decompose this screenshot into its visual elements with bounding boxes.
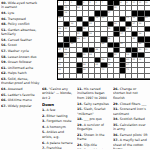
clue-number: 54.	[1, 38, 8, 42]
clue-number: 6.	[42, 141, 47, 145]
clue: 31. Scorecard icon's sentiment	[113, 107, 149, 116]
cell-number: 67	[126, 63, 129, 65]
cell-number: 4	[83, 1, 84, 3]
cell-number: 26	[114, 22, 117, 24]
clue-number: 5.	[42, 130, 47, 134]
crossword-grid: 1234567891011121314151617181920212223242…	[57, 0, 150, 80]
clue-number: 14.	[77, 102, 84, 106]
cell-number: 3	[71, 1, 72, 3]
cell-number: 38	[139, 32, 142, 34]
cell-number: 35	[77, 32, 80, 34]
clue: 51. Garden absentee, familiarly	[1, 28, 40, 37]
cell-number: 40	[83, 37, 86, 39]
clue-column-a: 68. "Casino any wrinkle" — blonde, Act 2…	[42, 87, 75, 149]
cell-number: 44	[102, 42, 105, 44]
clue: 7. Franchise	[42, 146, 75, 149]
clue-number: 64.	[1, 87, 8, 91]
cell-number: 60	[126, 58, 129, 60]
clue-number: 65.	[1, 93, 8, 97]
cell-number: 61	[133, 58, 136, 60]
cell-number: 25	[89, 22, 92, 24]
clue-number: 46.	[1, 17, 8, 21]
clue-number: 2.	[42, 114, 47, 118]
clue: 40. Wide-eyed remark in earnest	[1, 1, 40, 10]
cell-number: 49	[95, 48, 98, 50]
cell-number: 6	[95, 1, 96, 3]
cell-number: 50	[139, 48, 142, 50]
clue: 3. Forgotten route	[42, 119, 75, 123]
clue: 64. Assessed	[1, 87, 40, 91]
cell-number: 66	[108, 63, 111, 65]
cell-number: 41	[108, 37, 111, 39]
cell-number: 18	[58, 16, 61, 18]
clue: 15. Slash, Scarlet "milkman"	[77, 107, 111, 116]
cell-number: 47	[58, 48, 61, 50]
clue: 1. A few	[42, 108, 75, 112]
clue-column-b: 11. His carved invitations began from 19…	[77, 87, 111, 149]
clue-number: 57.	[1, 49, 8, 53]
cell-number: 43	[71, 42, 74, 44]
cell-number: 68	[58, 68, 61, 70]
clue: 59. Ocean follower	[1, 60, 40, 64]
clue-number: 25.	[77, 148, 84, 149]
cell-number: 31	[83, 27, 86, 29]
clue: 67. Widely popular	[1, 104, 40, 108]
clue: 34. Scottish flatbed	[113, 117, 149, 121]
clue: 35. Calculation over in army	[113, 123, 149, 132]
cell-number: 30	[64, 27, 67, 29]
cell-number: 10	[133, 1, 136, 3]
cell-number: 22	[133, 16, 136, 18]
clue-number: 66.	[1, 98, 8, 102]
across-tail-clues: 68. "Casino any wrinkle" — blonde, Act 2	[42, 87, 75, 100]
clue-number: 58.	[1, 55, 8, 59]
clue-number: 31.	[113, 107, 120, 111]
down-clues-3: 26. Change or shorten but not flourish29…	[113, 87, 149, 149]
clue: 11. His carved invitations began from 19…	[77, 87, 111, 100]
cell-number: 55	[114, 53, 117, 55]
clue-number: 63.	[1, 77, 8, 81]
cell-number: 16	[64, 11, 67, 13]
clue-number: 18.	[77, 117, 84, 121]
cell-number: 8	[120, 1, 121, 3]
clue-number: 59.	[1, 60, 8, 64]
clue: 62. Helps hatch	[1, 71, 40, 75]
clue: 21. Shown in the frame	[77, 133, 111, 142]
clue-number: 67.	[1, 104, 8, 108]
clue-number: 4.	[42, 125, 47, 129]
clue: 5. Ankles and wrists, e.g.	[42, 130, 75, 139]
clue: 36. Earnest pilots' lift	[113, 133, 149, 137]
clue-number: 24.	[77, 143, 84, 147]
clue: 46. Transposed	[1, 17, 40, 21]
clue: 57. Washer cycle	[1, 49, 40, 53]
down-clues-2: 11. His carved invitations began from 19…	[77, 87, 111, 149]
cell-number: 11	[139, 1, 142, 3]
cell-number: 1	[58, 1, 59, 3]
clue-number: 40.	[1, 1, 8, 5]
clue-number: 35.	[113, 123, 120, 127]
clue-number: 19.	[77, 123, 84, 127]
clue: 24. Slip-title	[77, 143, 111, 147]
clue-column-c: 26. Change or shorten but not flourish29…	[113, 87, 149, 149]
clue: 54. Carved feather	[1, 38, 40, 42]
clue: 68. "Casino any wrinkle" — blonde, Act 2	[42, 87, 75, 100]
cell-number: 42	[133, 37, 136, 39]
cell-number: 53	[83, 53, 86, 55]
cell-number: 19	[95, 16, 98, 18]
cell-number: 69	[83, 68, 86, 70]
cell-number: 58	[102, 58, 105, 60]
grid-cell[interactable]	[145, 74, 150, 79]
clue-number: 61.	[1, 66, 8, 70]
cell-number: 37	[120, 32, 123, 34]
cell-number: 71	[126, 68, 129, 70]
cell-number: 48	[64, 48, 67, 50]
cell-number: 2	[64, 1, 65, 3]
clue-number: 21.	[77, 133, 84, 137]
clue: 48. Policy conflict	[1, 22, 40, 26]
clue: 37. A mayfly tail and sheet of the cotto…	[113, 138, 149, 149]
cell-number: 36	[89, 32, 92, 34]
clue-number: 15.	[77, 107, 84, 111]
cell-number: 23	[145, 16, 148, 18]
cell-number: 14	[77, 6, 80, 8]
clue-number: 34.	[113, 117, 120, 121]
cell-number: 39	[77, 37, 80, 39]
cell-number: 21	[126, 16, 129, 18]
clue: 2. Bitter tasting	[42, 114, 75, 118]
clue-column-across-continued: 40. Wide-eyed remark in earnest44. Lyre4…	[1, 1, 40, 149]
cell-number: 57	[58, 58, 61, 60]
clue-number: 37.	[113, 138, 120, 142]
cell-number: 51	[145, 48, 148, 50]
cell-number: 64	[83, 63, 86, 65]
cell-number: 15	[114, 6, 117, 8]
clue-number: 62.	[1, 71, 8, 75]
cell-number: 33	[126, 27, 129, 29]
cell-number: 45	[120, 42, 123, 44]
cell-number: 13	[64, 6, 67, 8]
clue-number: 3.	[42, 119, 47, 123]
clue: 56. Scoot	[1, 43, 40, 47]
cell-number: 12	[145, 1, 148, 3]
clue: 25. Something to cry at the foot of a br…	[77, 148, 111, 149]
clue: 58. Lesser-known duo	[1, 55, 40, 59]
clue: 66. Old-time menu	[1, 98, 40, 102]
cell-number: 62	[139, 58, 142, 60]
cell-number: 54	[89, 53, 92, 55]
cell-number: 52	[64, 53, 67, 55]
clue-number: 48.	[1, 22, 8, 26]
clue: 63. Solid, dense, thunder-proof and fris…	[1, 77, 40, 86]
cell-number: 46	[139, 42, 142, 44]
clue-number: 26.	[113, 87, 120, 91]
clue: 29. Closed fibers ___	[113, 102, 149, 106]
clue: 4. A homonym	[42, 125, 75, 129]
clue-number: 44.	[1, 11, 8, 15]
cell-number: 56	[126, 53, 129, 55]
cell-number: 59	[108, 58, 111, 60]
crossword-page: 40. Wide-eyed remark in earnest44. Lyre4…	[0, 0, 150, 150]
clue: 19. A survivor of fingertips	[77, 123, 111, 132]
down-section-header: Down	[42, 102, 75, 107]
clue: 65. Ladder's favorite	[1, 93, 40, 97]
clue: 6. A palace terrace	[42, 141, 75, 145]
down-clues-1: 1. A few2. Bitter tasting3. Forgotten ro…	[42, 108, 75, 149]
cell-number: 17	[108, 11, 111, 13]
cell-number: 65	[95, 63, 98, 65]
cell-number: 7	[102, 1, 103, 3]
clue-number: 56.	[1, 43, 8, 47]
cell-number: 72	[58, 73, 61, 75]
cell-number: 63	[58, 63, 61, 65]
cell-number: 20	[102, 16, 105, 18]
clue-number: 7.	[42, 146, 47, 149]
cell-number: 70	[102, 68, 105, 70]
cell-number: 5	[89, 1, 90, 3]
clue-number: 29.	[113, 102, 120, 106]
cell-number: 28	[139, 22, 142, 24]
cell-number: 34	[58, 32, 61, 34]
cell-number: 27	[133, 22, 136, 24]
cell-number: 24	[71, 22, 74, 24]
clue-number: 1.	[42, 108, 47, 112]
clue: 18. ___ pro quo	[77, 117, 111, 121]
clue-number: 11.	[77, 87, 84, 91]
clue-number: 36.	[113, 133, 120, 137]
clue: 61. Uniformed ache	[1, 66, 40, 70]
cell-number: 32	[108, 27, 111, 29]
cell-number: 9	[126, 1, 127, 3]
clue: 44. Lyre	[1, 11, 40, 15]
clue: 14. Salty campsites	[77, 102, 111, 106]
cell-number: 29	[58, 27, 61, 29]
clue-number: 68.	[42, 87, 49, 91]
clue-number: 51.	[1, 28, 8, 32]
clue: 26. Change or shorten but not flourish	[113, 87, 149, 100]
